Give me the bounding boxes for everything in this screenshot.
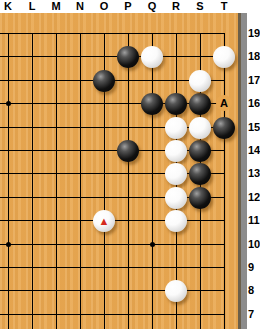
stone-black-T15[interactable] bbox=[213, 117, 235, 139]
stone-white-R15[interactable] bbox=[165, 117, 187, 139]
stone-black-S16[interactable] bbox=[189, 93, 211, 115]
row-label-13: 13 bbox=[248, 166, 260, 180]
column-label-K: K bbox=[0, 0, 20, 13]
column-label-N: N bbox=[68, 0, 92, 13]
grid-hline-10 bbox=[0, 244, 225, 245]
star-point-Q10 bbox=[150, 242, 155, 247]
column-label-M: M bbox=[44, 0, 68, 13]
column-label-P: P bbox=[116, 0, 140, 13]
row-label-18: 18 bbox=[248, 49, 260, 63]
grid-hline-9 bbox=[0, 267, 225, 268]
column-label-T: T bbox=[212, 0, 236, 13]
board-shadow bbox=[241, 13, 247, 329]
column-label-S: S bbox=[188, 0, 212, 13]
row-label-11: 11 bbox=[248, 213, 260, 227]
row-label-19: 19 bbox=[248, 26, 260, 40]
grid-vline-L bbox=[32, 33, 33, 329]
stone-black-S12[interactable] bbox=[189, 187, 211, 209]
grid-vline-N bbox=[80, 33, 81, 329]
grid-hline-18 bbox=[0, 56, 225, 57]
column-label-R: R bbox=[164, 0, 188, 13]
star-point-K16 bbox=[6, 101, 11, 106]
row-label-15: 15 bbox=[248, 120, 260, 134]
row-label-17: 17 bbox=[248, 73, 260, 87]
grid-vline-K bbox=[8, 33, 9, 329]
column-label-Q: Q bbox=[140, 0, 164, 13]
stone-black-S14[interactable] bbox=[189, 140, 211, 162]
stone-black-Q16[interactable] bbox=[141, 93, 163, 115]
stone-black-P18[interactable] bbox=[117, 46, 139, 68]
row-label-14: 14 bbox=[248, 143, 260, 157]
stone-white-R8[interactable] bbox=[165, 280, 187, 302]
row-label-9: 9 bbox=[248, 260, 260, 274]
stone-black-R16[interactable] bbox=[165, 93, 187, 115]
grid-vline-P bbox=[128, 33, 129, 329]
stone-white-S17[interactable] bbox=[189, 70, 211, 92]
grid-hline-8 bbox=[0, 290, 225, 291]
grid-vline-Q bbox=[152, 33, 153, 329]
column-label-L: L bbox=[20, 0, 44, 13]
stone-white-S15[interactable] bbox=[189, 117, 211, 139]
stone-white-O11[interactable] bbox=[93, 210, 115, 232]
star-point-K10 bbox=[6, 242, 11, 247]
row-label-7: 7 bbox=[248, 307, 260, 321]
stone-white-R14[interactable] bbox=[165, 140, 187, 162]
row-label-8: 8 bbox=[248, 283, 260, 297]
grid-hline-19 bbox=[0, 33, 225, 34]
point-label-A: A bbox=[216, 95, 232, 111]
go-board-screenshot: ▲A KLMNOPQRST19181716151413121110987 bbox=[0, 0, 260, 329]
stone-white-Q18[interactable] bbox=[141, 46, 163, 68]
row-label-16: 16 bbox=[248, 96, 260, 110]
grid-vline-M bbox=[56, 33, 57, 329]
stone-white-R11[interactable] bbox=[165, 210, 187, 232]
column-label-O: O bbox=[92, 0, 116, 13]
stone-black-O17[interactable] bbox=[93, 70, 115, 92]
grid-hline-7 bbox=[0, 314, 225, 315]
row-label-10: 10 bbox=[248, 237, 260, 251]
stone-white-R12[interactable] bbox=[165, 187, 187, 209]
stone-black-S13[interactable] bbox=[189, 163, 211, 185]
stone-white-T18[interactable] bbox=[213, 46, 235, 68]
row-label-12: 12 bbox=[248, 190, 260, 204]
stone-white-R13[interactable] bbox=[165, 163, 187, 185]
stone-black-P14[interactable] bbox=[117, 140, 139, 162]
grid-vline-T bbox=[224, 33, 225, 329]
